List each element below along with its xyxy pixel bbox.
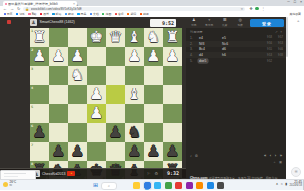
square-f3[interactable]: ♞	[68, 66, 87, 85]
white-pawn[interactable]: ♟	[87, 104, 106, 123]
square-g3[interactable]	[49, 66, 68, 85]
rank-label: 5	[31, 105, 33, 109]
taskbar-icon-terminal[interactable]	[217, 182, 224, 189]
black-pawn[interactable]: ♟	[163, 142, 182, 161]
black-move-time: 9:57	[278, 36, 283, 39]
bookmark-favicon	[28, 13, 30, 15]
white-bishop[interactable]: ♝	[125, 85, 144, 104]
reload-icon[interactable]: ↻	[17, 6, 20, 11]
panel-tabs: ♟对局＋新对局☰比赛◎玩家	[186, 18, 248, 27]
taskbar-icon-photos[interactable]	[196, 182, 203, 189]
minimize-icon[interactable]: ─	[287, 0, 290, 4]
side-float-button[interactable]: ☰	[291, 167, 301, 177]
square-h4[interactable]: 4	[30, 85, 49, 104]
white-move-time: 9:56	[267, 42, 272, 45]
tray-network-icon[interactable]: ≈	[281, 182, 283, 186]
bookmark-favicon	[65, 13, 67, 15]
window-controls: ─ □ ×	[287, 0, 302, 4]
login-button-label: 登录	[262, 21, 272, 26]
black-move[interactable]: e5	[222, 36, 226, 40]
show-desktop-button[interactable]	[303, 180, 304, 191]
bookmark-item[interactable]: 音乐	[115, 12, 124, 16]
panel-tab-比赛[interactable]: ☰比赛	[217, 18, 233, 27]
square-d6[interactable]: ♟	[106, 123, 125, 142]
panel-subrow-icons: ＋ ▣	[273, 160, 282, 164]
black-move-time: 9:46	[278, 48, 283, 51]
rank-label: 8	[31, 162, 33, 166]
square-a6[interactable]	[163, 123, 182, 142]
black-move-time: 9:38	[278, 54, 283, 57]
bookmark-favicon	[4, 13, 6, 15]
bookmark-item[interactable]: B站	[28, 12, 36, 16]
square-d2[interactable]	[106, 47, 125, 66]
panel-tab-icon: ♟	[192, 18, 196, 23]
square-d4[interactable]	[106, 85, 125, 104]
flag-icon[interactable]: ⚐	[147, 171, 151, 176]
add-icon[interactable]: ＋	[273, 160, 276, 164]
page-right-strip: ▲ ☰	[286, 17, 304, 179]
rank-label: 2	[31, 48, 33, 52]
lock-icon: 🔒	[25, 7, 29, 11]
square-f4[interactable]	[68, 85, 87, 104]
taskbar-icon-chat[interactable]	[207, 182, 214, 189]
weather-cond: 晴	[10, 184, 17, 187]
square-h5[interactable]: 5	[30, 104, 49, 123]
square-c1[interactable]: ♝	[125, 28, 144, 47]
taskbar-icon-file-explorer[interactable]	[133, 182, 140, 189]
bookmark-favicon	[40, 13, 42, 15]
square-g1[interactable]	[49, 28, 68, 47]
panel-header-icons: ↗ ×	[275, 30, 282, 34]
start-button[interactable]: ⊞	[93, 182, 98, 189]
square-c3[interactable]	[125, 66, 144, 85]
forward-icon[interactable]: →	[10, 6, 14, 11]
panel-close-icon[interactable]: ×	[280, 30, 282, 34]
rank-label: 6	[31, 124, 33, 128]
panel-tab-icon: ＋	[207, 18, 211, 23]
square-g2[interactable]: ♟	[49, 47, 68, 66]
bookmark-favicon	[16, 13, 18, 15]
bookmark-item[interactable]: 新闻	[127, 12, 136, 16]
bookmark-favicon	[52, 13, 54, 15]
square-e5[interactable]: ♟	[87, 104, 106, 123]
square-f1[interactable]	[68, 28, 87, 47]
square-b5[interactable]	[144, 104, 163, 123]
rank-label: 4	[31, 86, 33, 90]
black-move[interactable]: h6	[222, 53, 226, 57]
square-g7[interactable]: ♟	[49, 142, 68, 161]
square-b6[interactable]	[144, 123, 163, 142]
black-pawn[interactable]: ♟	[106, 123, 125, 142]
back-icon[interactable]: ←	[3, 6, 7, 11]
square-h7[interactable]: 7	[30, 142, 49, 161]
black-pawn[interactable]: ♟	[68, 142, 87, 161]
panel-nav-controls: « ‹ › »	[264, 153, 282, 158]
taskbar-icon-settings[interactable]	[186, 182, 193, 189]
chess-board: ♜1♚♛♝♞♜♟2♟♟♟♟♟3♞4♟♝5♟♟6♟♞7♟♟♟♟♟♜8h♞g♝f♚e…	[30, 28, 182, 180]
next-move-icon[interactable]: ›	[275, 153, 276, 158]
bookmark-star-icon[interactable]: ☆	[241, 7, 244, 11]
tray-battery-icon[interactable]: ▮	[285, 182, 287, 186]
tray-date: 2024/6/18	[290, 184, 302, 187]
square-g4[interactable]	[49, 85, 68, 104]
white-pawn[interactable]: ♟	[87, 85, 106, 104]
move-number: 5.	[190, 59, 193, 63]
layout-icon[interactable]: ▣	[279, 160, 282, 164]
chess-app-region: ♟ SmartChess88 (1462) 9:52 ♟对局＋新对局☰比赛◎玩家…	[0, 17, 286, 179]
first-move-icon[interactable]: «	[264, 153, 266, 158]
square-c2[interactable]: ♟	[125, 47, 144, 66]
square-b1[interactable]: ♞	[144, 28, 163, 47]
white-move-time: 9:53	[267, 54, 272, 57]
square-b2[interactable]: ♟	[144, 47, 163, 66]
move-number: 3.	[190, 47, 193, 51]
bookmark-item[interactable]: 网盘	[77, 12, 86, 16]
browser-profile-avatar[interactable]	[255, 7, 258, 10]
square-e1[interactable]: ♚	[87, 28, 106, 47]
square-c5[interactable]	[125, 104, 144, 123]
bookmark-item[interactable]: 知乎	[16, 12, 25, 16]
white-move[interactable]: dxe5	[198, 59, 208, 64]
move-list: 1.e4e59:589:572.Nf3Nc69:569:533.Bc4d69:5…	[186, 35, 286, 64]
login-button[interactable]: 登录	[250, 19, 284, 27]
black-move[interactable]: Nc6	[222, 42, 228, 46]
tab-title: 国际象棋对局讲解_哔哩哔哩_bilibili	[8, 2, 72, 6]
black-pawn[interactable]: ♟	[125, 142, 144, 161]
weather-icon	[3, 182, 8, 187]
bookmark-item[interactable]: 文档	[90, 12, 99, 16]
square-d1[interactable]: ♛	[106, 28, 125, 47]
square-f5[interactable]	[68, 104, 87, 123]
move-number: 2.	[190, 42, 193, 46]
square-a1[interactable]: ♜	[163, 28, 182, 47]
move-number: 1.	[190, 36, 193, 40]
square-a7[interactable]: ♟	[163, 142, 182, 161]
square-a5[interactable]	[163, 104, 182, 123]
white-clock: 9:52	[150, 19, 176, 28]
white-queen[interactable]: ♛	[106, 28, 125, 47]
white-move-time: 9:58	[267, 36, 272, 39]
tray-clock[interactable]: 21:45 2024/6/18	[290, 181, 302, 188]
sound-icon[interactable]: ♪	[190, 154, 192, 158]
desktop-screenshot: 国际象棋对局讲解_哔哩哔哩_bilibili × + ─ □ × ← → ↻ 🔒…	[0, 0, 304, 190]
white-knight[interactable]: ♞	[68, 66, 87, 85]
bookmark-favicon	[140, 13, 142, 15]
panel-header-title: 对局记录	[190, 30, 203, 34]
square-d5[interactable]	[106, 104, 125, 123]
top-player-bar: ♟ SmartChess88 (1462)	[30, 19, 75, 26]
move-number: 4.	[190, 53, 193, 57]
maximize-icon[interactable]: □	[294, 0, 296, 4]
bookmark-favicon	[77, 13, 79, 15]
white-pawn[interactable]: ♟	[68, 47, 87, 66]
tab-close-icon[interactable]: ×	[73, 2, 75, 6]
black-pawn[interactable]: ♟	[49, 142, 68, 161]
square-h6[interactable]: ♟6	[30, 123, 49, 142]
black-knight[interactable]: ♞	[125, 123, 144, 142]
rank-label: 3	[31, 67, 33, 71]
tray-chevron-icon[interactable]: ∧	[276, 182, 278, 186]
square-d7[interactable]	[106, 142, 125, 161]
close-icon[interactable]: ×	[300, 0, 302, 4]
country-flag-badge: ★	[67, 171, 75, 176]
move-controls: ♪ ⚙ « ‹ › »	[186, 152, 286, 159]
weather-widget[interactable]: 26°C 晴	[3, 181, 16, 187]
white-pawn[interactable]: ♟	[125, 47, 144, 66]
square-e6[interactable]	[87, 123, 106, 142]
black-move[interactable]: d6	[222, 47, 226, 51]
gear-icon[interactable]: ⚙	[155, 171, 159, 176]
square-c7[interactable]: ♟	[125, 142, 144, 161]
white-knight[interactable]: ♞	[144, 28, 163, 47]
square-h3[interactable]: 3	[30, 66, 49, 85]
scrollbar[interactable]	[286, 17, 288, 57]
square-f7[interactable]: ♟	[68, 142, 87, 161]
square-g5[interactable]	[49, 104, 68, 123]
taskbar-icon-mail[interactable]	[154, 182, 161, 189]
white-pawn[interactable]: ♟	[163, 47, 182, 66]
panel-tab-玩家[interactable]: ◎玩家	[233, 18, 249, 27]
bottom-player-bar: ♟ ChessKid2013 ★	[33, 170, 75, 177]
square-f2[interactable]: ♟	[68, 47, 87, 66]
panel-tab-icon: ◎	[239, 18, 243, 23]
black-clock-time: 9:32	[167, 170, 179, 176]
tab-favicon	[5, 3, 7, 5]
square-c4[interactable]: ♝	[125, 85, 144, 104]
record-indicator-icon	[7, 20, 11, 24]
white-move-time: 9:55	[267, 48, 272, 51]
bookmark-item[interactable]: 地图	[102, 12, 111, 16]
rank-label: 7	[31, 143, 33, 147]
black-move-time: 9:53	[278, 42, 283, 45]
white-move-time: 9:52	[267, 60, 272, 63]
white-move[interactable]: d4	[199, 53, 203, 57]
bookmark-item[interactable]: 微博	[40, 12, 49, 16]
square-f6[interactable]	[68, 123, 87, 142]
square-h1[interactable]: ♜1	[30, 28, 49, 47]
square-e7[interactable]	[87, 142, 106, 161]
taskbar-icon-media[interactable]	[175, 182, 182, 189]
square-e2[interactable]	[87, 47, 106, 66]
addressbar-right-icons: ❖ ⋮	[249, 6, 265, 11]
white-pawn[interactable]: ♟	[49, 47, 68, 66]
game-panel: 对局记录 ↗ × 1.e4e59:589:572.Nf3Nc69:569:533…	[186, 28, 286, 178]
square-b4[interactable]	[144, 85, 163, 104]
square-a3[interactable]	[163, 66, 182, 85]
white-king[interactable]: ♚	[87, 28, 106, 47]
white-move[interactable]: Bc4	[199, 47, 205, 51]
taskbar: 26°C 晴 ⊞ ⌕ ∧ ≈ ▮ 21:45 2024/6/18	[0, 179, 304, 191]
rank-label: 1	[31, 29, 33, 33]
square-b7[interactable]: ♟	[144, 142, 163, 161]
taskbar-icon-store[interactable]	[165, 182, 172, 189]
bookmark-item[interactable]: 百度	[4, 12, 13, 16]
white-rook[interactable]: ♜	[163, 28, 182, 47]
url-input[interactable]: 🔒 www.bilibili.com/video/BV1xK4y1b7dE ☆	[23, 7, 245, 11]
expand-icon[interactable]: ↗	[275, 30, 278, 34]
extensions-icon[interactable]: ❖	[249, 6, 253, 11]
side-mark-icon: ▲	[297, 19, 300, 23]
settings-icon[interactable]: ⚙	[195, 154, 198, 158]
taskbar-icons	[133, 182, 224, 189]
panel-header: 对局记录 ↗ ×	[190, 30, 282, 34]
bottom-player-name[interactable]: ChessKid2013	[42, 172, 65, 176]
bottom-bar-icons: ⚐ ⚙	[147, 171, 158, 176]
top-player-name[interactable]: SmartChess88 (1462)	[40, 20, 75, 24]
bookmark-item[interactable]: 翻译	[65, 12, 74, 16]
taskbar-icon-edge-browser[interactable]	[144, 182, 151, 189]
widget-line	[4, 176, 18, 177]
prev-move-icon[interactable]: ‹	[270, 153, 271, 158]
panel-left-controls: ♪ ⚙	[190, 154, 198, 158]
panel-tab-新对局[interactable]: ＋新对局	[202, 18, 218, 27]
square-b3[interactable]	[144, 66, 163, 85]
white-move[interactable]: Nf3	[199, 42, 204, 46]
move-row: 5.dxe59:52	[186, 58, 286, 64]
system-tray: ∧ ≈ ▮ 21:45 2024/6/18	[276, 181, 302, 188]
square-e4[interactable]: ♟	[87, 85, 106, 104]
white-move[interactable]: e4	[199, 36, 203, 40]
square-a2[interactable]: ♟	[163, 47, 182, 66]
white-clock-time: 9:52	[162, 20, 174, 26]
square-e3[interactable]	[87, 66, 106, 85]
square-h2[interactable]: ♟2	[30, 47, 49, 66]
widget-line	[4, 173, 26, 174]
square-g6[interactable]	[49, 123, 68, 142]
square-a4[interactable]	[163, 85, 182, 104]
panel-tab-icon: ☰	[223, 18, 227, 23]
square-d3[interactable]	[106, 66, 125, 85]
bookmark-favicon	[115, 13, 117, 15]
white-bishop[interactable]: ♝	[125, 28, 144, 47]
last-move-icon[interactable]: »	[280, 153, 282, 158]
square-c6[interactable]: ♞	[125, 123, 144, 142]
bookmark-favicon	[90, 13, 92, 15]
white-pawn[interactable]: ♟	[144, 47, 163, 66]
top-player-avatar[interactable]: ♟	[30, 19, 37, 26]
bookmark-item[interactable]: 购物	[140, 12, 149, 16]
browser-menu-icon[interactable]: ⋮	[261, 6, 265, 11]
url-text: www.bilibili.com/video/BV1xK4y1b7dE	[31, 7, 241, 11]
black-pawn[interactable]: ♟	[144, 142, 163, 161]
panel-tab-对局[interactable]: ♟对局	[186, 18, 202, 27]
search-button[interactable]: ⌕	[101, 182, 117, 191]
bookmark-item[interactable]: 邮箱	[52, 12, 61, 16]
bookmark-favicon	[127, 13, 129, 15]
